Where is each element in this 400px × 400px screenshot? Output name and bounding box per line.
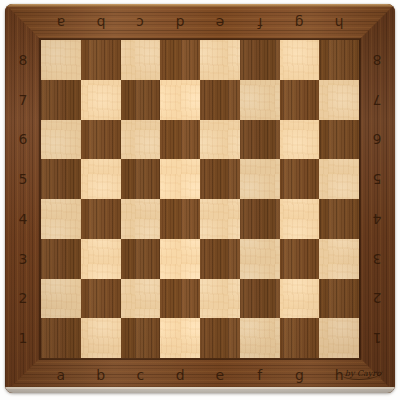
file-label-bottom-g: g (295, 368, 304, 382)
board-bottom-edge-highlight (5, 387, 395, 389)
square-f1[interactable] (240, 318, 280, 358)
board-frame-right (359, 4, 395, 393)
square-c3[interactable] (121, 239, 161, 279)
square-g6[interactable] (280, 120, 320, 160)
rank-label-right-2: 2 (373, 291, 382, 305)
square-f6[interactable] (240, 120, 280, 160)
file-label-bottom-d: d (176, 368, 185, 382)
rank-label-right-6: 6 (373, 132, 382, 146)
square-h2[interactable] (319, 279, 359, 319)
square-d6[interactable] (160, 120, 200, 160)
playing-area (41, 40, 359, 358)
square-b1[interactable] (81, 318, 121, 358)
square-c1[interactable] (121, 318, 161, 358)
square-d7[interactable] (160, 80, 200, 120)
rank-label-left-4: 4 (19, 212, 28, 226)
rank-label-right-7: 7 (373, 93, 382, 107)
file-label-top-f: f (257, 16, 262, 30)
square-d1[interactable] (160, 318, 200, 358)
file-label-bottom-h: h (335, 368, 344, 382)
square-g2[interactable] (280, 279, 320, 319)
rank-label-left-1: 1 (19, 331, 28, 345)
square-f4[interactable] (240, 199, 280, 239)
square-a5[interactable] (41, 159, 81, 199)
file-label-bottom-c: c (137, 368, 145, 382)
board-bottom-side-edge (5, 389, 395, 393)
square-f8[interactable] (240, 40, 280, 80)
square-c6[interactable] (121, 120, 161, 160)
rank-label-right-5: 5 (373, 172, 382, 186)
rank-label-right-3: 3 (373, 252, 382, 266)
square-g4[interactable] (280, 199, 320, 239)
rank-label-left-6: 6 (19, 132, 28, 146)
square-d8[interactable] (160, 40, 200, 80)
square-e6[interactable] (200, 120, 240, 160)
square-c2[interactable] (121, 279, 161, 319)
rank-label-left-5: 5 (19, 172, 28, 186)
square-a6[interactable] (41, 120, 81, 160)
file-label-bottom-b: b (96, 368, 105, 382)
square-e8[interactable] (200, 40, 240, 80)
square-h6[interactable] (319, 120, 359, 160)
square-a8[interactable] (41, 40, 81, 80)
rank-label-right-4: 4 (373, 212, 382, 226)
square-d5[interactable] (160, 159, 200, 199)
square-e1[interactable] (200, 318, 240, 358)
square-d3[interactable] (160, 239, 200, 279)
square-g3[interactable] (280, 239, 320, 279)
file-label-top-a: a (57, 16, 66, 30)
rank-label-left-2: 2 (19, 291, 28, 305)
square-d2[interactable] (160, 279, 200, 319)
rank-label-left-7: 7 (19, 93, 28, 107)
square-b6[interactable] (81, 120, 121, 160)
square-a1[interactable] (41, 318, 81, 358)
square-e3[interactable] (200, 239, 240, 279)
square-f2[interactable] (240, 279, 280, 319)
square-h7[interactable] (319, 80, 359, 120)
square-h3[interactable] (319, 239, 359, 279)
file-label-top-e: e (216, 16, 225, 30)
rank-label-right-8: 8 (373, 53, 382, 67)
square-a3[interactable] (41, 239, 81, 279)
square-d4[interactable] (160, 199, 200, 239)
square-h8[interactable] (319, 40, 359, 80)
square-h4[interactable] (319, 199, 359, 239)
square-f7[interactable] (240, 80, 280, 120)
square-f5[interactable] (240, 159, 280, 199)
square-b5[interactable] (81, 159, 121, 199)
rank-label-right-1: 1 (373, 331, 382, 345)
square-f3[interactable] (240, 239, 280, 279)
board-frame-top (5, 4, 395, 40)
file-label-bottom-a: a (57, 368, 66, 382)
square-b4[interactable] (81, 199, 121, 239)
square-b8[interactable] (81, 40, 121, 80)
square-h1[interactable] (319, 318, 359, 358)
board-frame-left (5, 4, 41, 393)
square-a7[interactable] (41, 80, 81, 120)
square-g8[interactable] (280, 40, 320, 80)
square-c4[interactable] (121, 199, 161, 239)
maker-logo: by Cayro (343, 369, 383, 380)
file-label-top-d: d (176, 16, 185, 30)
file-label-bottom-e: e (216, 368, 225, 382)
square-a4[interactable] (41, 199, 81, 239)
square-e2[interactable] (200, 279, 240, 319)
square-b2[interactable] (81, 279, 121, 319)
board-top-edge-highlight (5, 4, 395, 7)
square-e5[interactable] (200, 159, 240, 199)
square-c5[interactable] (121, 159, 161, 199)
square-g7[interactable] (280, 80, 320, 120)
square-e4[interactable] (200, 199, 240, 239)
square-a2[interactable] (41, 279, 81, 319)
square-h5[interactable] (319, 159, 359, 199)
square-b3[interactable] (81, 239, 121, 279)
file-label-bottom-f: f (257, 368, 262, 382)
chess-board: aa88bb77cc66dd55ee44ff33gg22hh11 by Cayr… (5, 4, 395, 393)
file-label-top-c: c (137, 16, 145, 30)
square-c7[interactable] (121, 80, 161, 120)
square-g1[interactable] (280, 318, 320, 358)
file-label-top-h: h (335, 16, 344, 30)
square-c8[interactable] (121, 40, 161, 80)
square-b7[interactable] (81, 80, 121, 120)
file-label-top-b: b (96, 16, 105, 30)
square-e7[interactable] (200, 80, 240, 120)
rank-label-left-8: 8 (19, 53, 28, 67)
rank-label-left-3: 3 (19, 252, 28, 266)
board-frame-bottom (5, 357, 395, 393)
square-g5[interactable] (280, 159, 320, 199)
file-label-top-g: g (295, 16, 304, 30)
